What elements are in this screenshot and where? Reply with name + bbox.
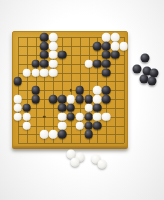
black-stone: [49, 95, 58, 104]
black-stone: [75, 86, 84, 95]
white-stone: [14, 104, 23, 113]
white-stone: [14, 112, 23, 121]
white-stone: [40, 130, 49, 139]
black-stone: [67, 104, 76, 113]
black-stone: [102, 68, 111, 77]
white-stone: [71, 158, 80, 167]
white-stone: [22, 121, 31, 130]
white-stone: [58, 121, 67, 130]
white-stone: [49, 33, 58, 42]
white-stone: [22, 68, 31, 77]
white-stone: [49, 42, 58, 51]
white-stone: [75, 121, 84, 130]
grid-line-vertical: [124, 37, 125, 143]
white-stone: [31, 68, 40, 77]
white-stone: [67, 95, 76, 104]
black-stone: [93, 42, 102, 51]
white-stone: [49, 51, 58, 60]
white-stone: [49, 59, 58, 68]
black-stone: [40, 33, 49, 42]
black-stone: [93, 104, 102, 113]
black-stone: [31, 59, 40, 68]
white-stone: [98, 160, 107, 169]
go-board: [12, 31, 128, 148]
white-stone: [49, 68, 58, 77]
black-stone: [93, 121, 102, 130]
white-stone: [22, 112, 31, 121]
black-stone: [40, 42, 49, 51]
black-stone: [14, 77, 23, 86]
white-stone: [49, 130, 58, 139]
grid-line-horizontal: [18, 143, 124, 144]
black-stone: [31, 86, 40, 95]
white-stone: [93, 86, 102, 95]
black-stone: [102, 59, 111, 68]
white-stone: [75, 112, 84, 121]
black-stone: [111, 51, 120, 60]
black-stone: [133, 65, 142, 74]
white-stone: [84, 59, 93, 68]
black-stone: [40, 51, 49, 60]
black-stone: [102, 42, 111, 51]
black-stone: [141, 54, 150, 63]
black-stone: [93, 59, 102, 68]
white-stone: [93, 112, 102, 121]
grid-line-horizontal: [18, 126, 124, 127]
black-stone: [31, 95, 40, 104]
black-stone: [102, 95, 111, 104]
black-stone: [58, 130, 67, 139]
grid-line-horizontal: [18, 134, 124, 135]
white-stone: [102, 33, 111, 42]
white-stone: [84, 104, 93, 113]
black-stone: [84, 121, 93, 130]
black-stone: [75, 95, 84, 104]
black-stone: [84, 130, 93, 139]
white-stone: [58, 112, 67, 121]
white-stone: [111, 33, 120, 42]
black-stone: [84, 112, 93, 121]
black-stone: [102, 86, 111, 95]
black-stone: [22, 104, 31, 113]
black-stone: [58, 104, 67, 113]
go-set-photo: [0, 0, 164, 200]
black-stone: [84, 95, 93, 104]
black-stone: [67, 112, 76, 121]
white-stone: [14, 95, 23, 104]
black-stone: [102, 51, 111, 60]
white-stone: [102, 112, 111, 121]
black-stone: [40, 59, 49, 68]
black-stone: [58, 51, 67, 60]
black-stone: [58, 95, 67, 104]
white-stone: [111, 42, 120, 51]
white-stone: [40, 68, 49, 77]
white-stone: [120, 42, 129, 51]
white-stone: [93, 95, 102, 104]
black-stone: [148, 77, 157, 86]
